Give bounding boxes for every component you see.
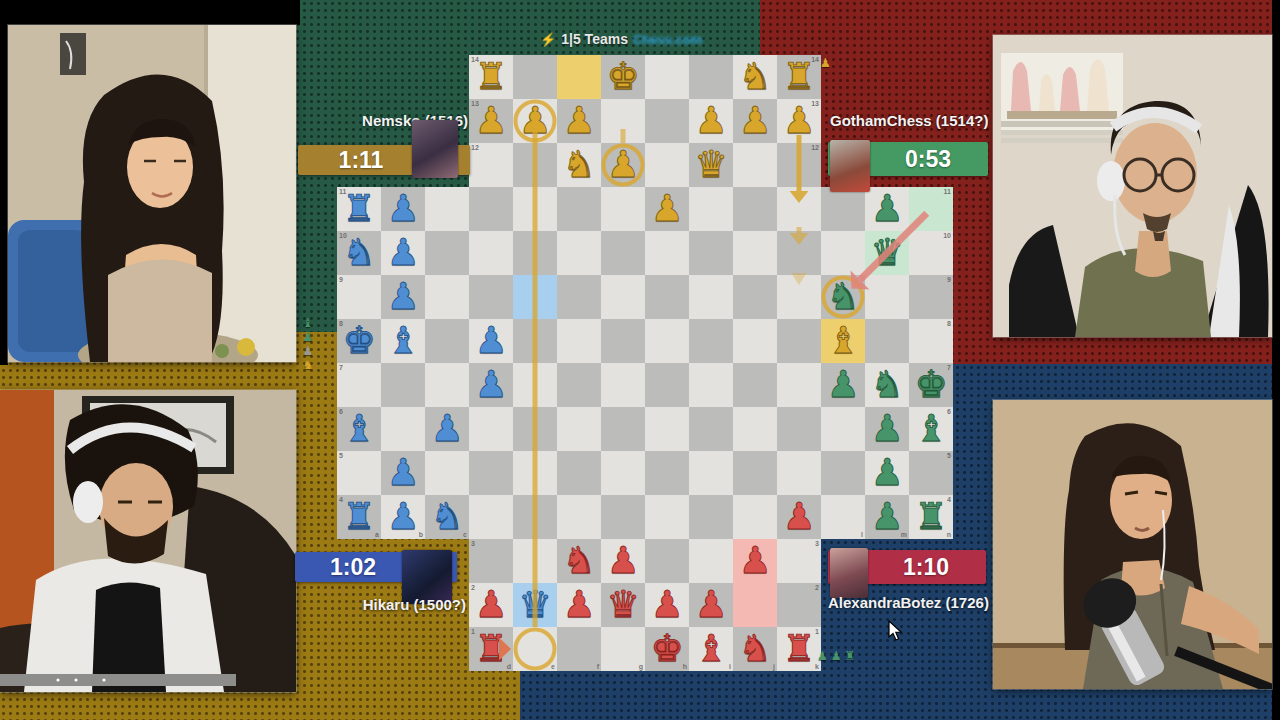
- square-f11[interactable]: [557, 187, 601, 231]
- square-d11[interactable]: [469, 187, 513, 231]
- square-h8[interactable]: [645, 319, 689, 363]
- piece-bQ-e2[interactable]: ♛: [513, 583, 557, 627]
- square-c10[interactable]: [425, 231, 469, 275]
- square-e2[interactable]: ♛: [513, 583, 557, 627]
- clock-time-gothamchess: 0:53: [868, 146, 988, 173]
- piece-bP-b10[interactable]: ♟: [381, 231, 425, 275]
- square-i13[interactable]: ♟: [689, 99, 733, 143]
- webcam-hikaru: [0, 390, 296, 692]
- square-n10[interactable]: 10: [909, 231, 953, 275]
- piece-gB-n6[interactable]: ♝: [909, 407, 953, 451]
- piece-rR-k1[interactable]: ♜: [777, 627, 821, 671]
- piece-gN-l9[interactable]: ♞: [821, 275, 865, 319]
- square-e13[interactable]: ♟: [513, 99, 557, 143]
- piece-gR-n4[interactable]: ♜: [909, 495, 953, 539]
- file-label: e: [551, 663, 555, 670]
- square-f4[interactable]: [557, 495, 601, 539]
- lightning-icon: ⚡: [540, 32, 556, 47]
- piece-gP-m5[interactable]: ♟: [865, 451, 909, 495]
- black-edge-right: [1272, 0, 1280, 720]
- captured-piece-icon: ♝: [303, 316, 314, 330]
- player-name-hikaru: Hikaru (1500?): [298, 596, 466, 613]
- square-d12[interactable]: 12: [469, 143, 513, 187]
- square-i14[interactable]: [689, 55, 733, 99]
- square-c7[interactable]: [425, 363, 469, 407]
- piece-bR-a11[interactable]: ♜: [337, 187, 381, 231]
- square-f12[interactable]: ♞: [557, 143, 601, 187]
- square-g8[interactable]: [601, 319, 645, 363]
- square-h4[interactable]: [645, 495, 689, 539]
- square-b11[interactable]: ♟: [381, 187, 425, 231]
- square-c8[interactable]: [425, 319, 469, 363]
- webcam-alexandrabotez: [993, 400, 1272, 689]
- square-b5[interactable]: ♟: [381, 451, 425, 495]
- square-g2[interactable]: ♛: [601, 583, 645, 627]
- rank-label: 2: [815, 584, 819, 591]
- square-e3[interactable]: [513, 539, 557, 583]
- square-j10[interactable]: [733, 231, 777, 275]
- square-f7[interactable]: [557, 363, 601, 407]
- square-g5[interactable]: [601, 451, 645, 495]
- piece-gN-m7[interactable]: ♞: [865, 363, 909, 407]
- piece-gQ-m10[interactable]: ♛: [865, 231, 909, 275]
- header-link-text[interactable]: Chess.com: [633, 32, 702, 47]
- square-j13[interactable]: ♟: [733, 99, 777, 143]
- square-d14[interactable]: 14♜: [469, 55, 513, 99]
- piece-rP-f2[interactable]: ♟: [557, 583, 601, 627]
- piece-yN-j14[interactable]: ♞: [733, 55, 777, 99]
- square-j1[interactable]: j♞: [733, 627, 777, 671]
- piece-rQ-g2[interactable]: ♛: [601, 583, 645, 627]
- square-i1[interactable]: i♝: [689, 627, 733, 671]
- piece-gP-m11[interactable]: ♟: [865, 187, 909, 231]
- square-d7[interactable]: ♟: [469, 363, 513, 407]
- piece-rP-k4[interactable]: ♟: [777, 495, 821, 539]
- square-i11[interactable]: [689, 187, 733, 231]
- square-h7[interactable]: [645, 363, 689, 407]
- square-i6[interactable]: [689, 407, 733, 451]
- piece-rN-j1[interactable]: ♞: [733, 627, 777, 671]
- clock-time-hikaru: 1:02: [295, 554, 411, 581]
- piece-yP-j13[interactable]: ♟: [733, 99, 777, 143]
- square-e7[interactable]: [513, 363, 557, 407]
- piece-rP-j3[interactable]: ♟: [733, 539, 777, 583]
- square-d1[interactable]: 1d♜: [469, 627, 513, 671]
- square-f6[interactable]: [557, 407, 601, 451]
- piece-rK-h1[interactable]: ♚: [645, 627, 689, 671]
- piece-yR-d14[interactable]: ♜: [469, 55, 513, 99]
- piece-bP-c6[interactable]: ♟: [425, 407, 469, 451]
- square-g11[interactable]: [601, 187, 645, 231]
- square-a11[interactable]: 11♜: [337, 187, 381, 231]
- piece-gK-n7[interactable]: ♚: [909, 363, 953, 407]
- piece-bN-c4[interactable]: ♞: [425, 495, 469, 539]
- square-g1[interactable]: g: [601, 627, 645, 671]
- square-b6[interactable]: [381, 407, 425, 451]
- avatar-alexandrabotez: [830, 548, 868, 598]
- captured-piece-icon: ♟: [817, 649, 828, 663]
- square-c11[interactable]: [425, 187, 469, 231]
- square-f14[interactable]: [557, 55, 601, 99]
- square-e1[interactable]: e: [513, 627, 557, 671]
- square-h3[interactable]: [645, 539, 689, 583]
- square-a8[interactable]: 8♚: [337, 319, 381, 363]
- square-e12[interactable]: [513, 143, 557, 187]
- square-b10[interactable]: ♟: [381, 231, 425, 275]
- square-h6[interactable]: [645, 407, 689, 451]
- piece-yP-i13[interactable]: ♟: [689, 99, 733, 143]
- square-a9[interactable]: 9: [337, 275, 381, 319]
- square-i9[interactable]: [689, 275, 733, 319]
- piece-bP-b4[interactable]: ♟: [381, 495, 425, 539]
- square-n8[interactable]: 8: [909, 319, 953, 363]
- piece-rP-g3[interactable]: ♟: [601, 539, 645, 583]
- piece-bP-d7[interactable]: ♟: [469, 363, 513, 407]
- captured-piece-icon: ♟: [820, 56, 831, 70]
- rank-label: 9: [947, 276, 951, 283]
- square-m9[interactable]: [865, 275, 909, 319]
- square-i7[interactable]: [689, 363, 733, 407]
- square-k11[interactable]: [777, 187, 821, 231]
- square-d2[interactable]: 2♟: [469, 583, 513, 627]
- rank-label: 7: [339, 364, 343, 371]
- square-i2[interactable]: ♟: [689, 583, 733, 627]
- square-l5[interactable]: [821, 451, 865, 495]
- square-h1[interactable]: h♚: [645, 627, 689, 671]
- piece-bB-a6[interactable]: ♝: [337, 407, 381, 451]
- square-a4[interactable]: 4a♜: [337, 495, 381, 539]
- piece-bP-b11[interactable]: ♟: [381, 187, 425, 231]
- piece-yK-g14[interactable]: ♚: [601, 55, 645, 99]
- square-j5[interactable]: [733, 451, 777, 495]
- square-m5[interactable]: ♟: [865, 451, 909, 495]
- square-e9[interactable]: [513, 275, 557, 319]
- square-n9[interactable]: 9: [909, 275, 953, 319]
- piece-rR-d1[interactable]: ♜: [469, 627, 513, 671]
- piece-yP-f13[interactable]: ♟: [557, 99, 601, 143]
- square-d8[interactable]: ♟: [469, 319, 513, 363]
- square-e14[interactable]: [513, 55, 557, 99]
- square-d9[interactable]: [469, 275, 513, 319]
- rank-label: 3: [815, 540, 819, 547]
- captured-piece-icon: ♟: [303, 330, 314, 344]
- square-m7[interactable]: ♞: [865, 363, 909, 407]
- square-k12[interactable]: 12: [777, 143, 821, 187]
- square-g7[interactable]: [601, 363, 645, 407]
- square-m6[interactable]: ♟: [865, 407, 909, 451]
- square-c6[interactable]: ♟: [425, 407, 469, 451]
- piece-bK-a8[interactable]: ♚: [337, 319, 381, 363]
- player-name-alexandrabotez: AlexandraBotez (1726): [828, 594, 989, 611]
- square-j3[interactable]: ♟: [733, 539, 777, 583]
- piece-yQ-i12[interactable]: ♛: [689, 143, 733, 187]
- piece-rP-i2[interactable]: ♟: [689, 583, 733, 627]
- square-k8[interactable]: [777, 319, 821, 363]
- square-f8[interactable]: [557, 319, 601, 363]
- square-h9[interactable]: [645, 275, 689, 319]
- square-e8[interactable]: [513, 319, 557, 363]
- square-k14[interactable]: 14♜: [777, 55, 821, 99]
- square-h11[interactable]: ♟: [645, 187, 689, 231]
- piece-yP-e13[interactable]: ♟: [513, 99, 557, 143]
- square-j9[interactable]: [733, 275, 777, 319]
- square-h5[interactable]: [645, 451, 689, 495]
- rank-label: 12: [811, 144, 819, 151]
- square-k6[interactable]: [777, 407, 821, 451]
- square-i10[interactable]: [689, 231, 733, 275]
- square-b8[interactable]: ♝: [381, 319, 425, 363]
- square-i5[interactable]: [689, 451, 733, 495]
- square-c4[interactable]: c♞: [425, 495, 469, 539]
- square-k1[interactable]: 1k♜: [777, 627, 821, 671]
- square-f5[interactable]: [557, 451, 601, 495]
- square-e11[interactable]: [513, 187, 557, 231]
- square-k7[interactable]: [777, 363, 821, 407]
- piece-bP-b9[interactable]: ♟: [381, 275, 425, 319]
- square-n11[interactable]: 11: [909, 187, 953, 231]
- square-d13[interactable]: 13♟: [469, 99, 513, 143]
- captured-piece-icon: ♟: [831, 649, 842, 663]
- avatar-nemsko: [412, 120, 458, 178]
- captured-piece-icon: ♞: [303, 358, 314, 372]
- square-f1[interactable]: f: [557, 627, 601, 671]
- square-m11[interactable]: ♟: [865, 187, 909, 231]
- square-k5[interactable]: [777, 451, 821, 495]
- square-g6[interactable]: [601, 407, 645, 451]
- square-l10[interactable]: [821, 231, 865, 275]
- square-j2[interactable]: [733, 583, 777, 627]
- file-label: f: [597, 663, 599, 670]
- piece-rB-i1[interactable]: ♝: [689, 627, 733, 671]
- rank-label: 8: [947, 320, 951, 327]
- captured-pieces-bottom-right: ♟♟♜: [817, 648, 855, 664]
- square-g4[interactable]: [601, 495, 645, 539]
- square-g13[interactable]: [601, 99, 645, 143]
- square-j12[interactable]: [733, 143, 777, 187]
- square-e10[interactable]: [513, 231, 557, 275]
- square-l7[interactable]: ♟: [821, 363, 865, 407]
- file-label: l: [861, 531, 863, 538]
- square-d5[interactable]: [469, 451, 513, 495]
- square-f13[interactable]: ♟: [557, 99, 601, 143]
- square-j8[interactable]: [733, 319, 777, 363]
- alexandrabotez-video-scene: [993, 400, 1272, 689]
- square-a5[interactable]: 5: [337, 451, 381, 495]
- square-i4[interactable]: [689, 495, 733, 539]
- piece-yP-h11[interactable]: ♟: [645, 187, 689, 231]
- webcam-nemsko: [8, 25, 296, 362]
- square-m8[interactable]: [865, 319, 909, 363]
- avatar-gothamchess: [830, 140, 870, 192]
- piece-yP-k13[interactable]: ♟: [777, 99, 821, 143]
- rank-label: 5: [339, 452, 343, 459]
- piece-yR-k14[interactable]: ♜: [777, 55, 821, 99]
- square-e4[interactable]: [513, 495, 557, 539]
- piece-yP-d13[interactable]: ♟: [469, 99, 513, 143]
- square-i3[interactable]: [689, 539, 733, 583]
- square-g14[interactable]: ♚: [601, 55, 645, 99]
- captured-piece-icon: ♟: [303, 344, 314, 358]
- square-h10[interactable]: [645, 231, 689, 275]
- square-k4[interactable]: ♟: [777, 495, 821, 539]
- square-d10[interactable]: [469, 231, 513, 275]
- piece-gP-m6[interactable]: ♟: [865, 407, 909, 451]
- clock-time-nemsko: 1:11: [298, 147, 424, 174]
- square-m10[interactable]: ♛: [865, 231, 909, 275]
- hikaru-video-scene: [0, 390, 296, 692]
- square-f3[interactable]: ♞: [557, 539, 601, 583]
- square-k13[interactable]: 13♟: [777, 99, 821, 143]
- square-g3[interactable]: ♟: [601, 539, 645, 583]
- mouse-cursor: [888, 620, 904, 642]
- square-d4[interactable]: [469, 495, 513, 539]
- square-m4[interactable]: m♟: [865, 495, 909, 539]
- captured-pieces-top-right: ♟: [820, 53, 831, 71]
- piece-rN-f3[interactable]: ♞: [557, 539, 601, 583]
- piece-rP-d2[interactable]: ♟: [469, 583, 513, 627]
- square-d6[interactable]: [469, 407, 513, 451]
- captured-piece-icon: ♜: [845, 649, 856, 663]
- square-h12[interactable]: [645, 143, 689, 187]
- square-l11[interactable]: [821, 187, 865, 231]
- square-j14[interactable]: ♞: [733, 55, 777, 99]
- square-n7[interactable]: 7♚: [909, 363, 953, 407]
- square-n5[interactable]: 5: [909, 451, 953, 495]
- black-edge-top: [0, 0, 300, 25]
- rank-label: 5: [947, 452, 951, 459]
- square-g12[interactable]: ♟: [601, 143, 645, 187]
- piece-bP-b5[interactable]: ♟: [381, 451, 425, 495]
- rank-label: 3: [471, 540, 475, 547]
- captured-pieces-left: ♝♟♟♞: [297, 316, 319, 372]
- piece-yP-g12[interactable]: ♟: [601, 143, 645, 187]
- rank-label: 9: [339, 276, 343, 283]
- square-k3[interactable]: 3: [777, 539, 821, 583]
- square-f9[interactable]: [557, 275, 601, 319]
- webcam-gothamchess: [993, 35, 1272, 337]
- square-k10[interactable]: [777, 231, 821, 275]
- square-k9[interactable]: [777, 275, 821, 319]
- rank-label: 11: [944, 188, 951, 195]
- stream-stage: ⚡ 1|5 Teams Chess.com: [0, 0, 1280, 720]
- player-name-gothamchess: GothamChess (1514?): [830, 112, 988, 129]
- square-e6[interactable]: [513, 407, 557, 451]
- square-b7[interactable]: [381, 363, 425, 407]
- square-h14[interactable]: [645, 55, 689, 99]
- nemsko-video-scene: [8, 25, 296, 362]
- square-n6[interactable]: 6♝: [909, 407, 953, 451]
- square-c9[interactable]: [425, 275, 469, 319]
- piece-bP-d8[interactable]: ♟: [469, 319, 513, 363]
- piece-gP-l7[interactable]: ♟: [821, 363, 865, 407]
- square-n4[interactable]: 4n♜: [909, 495, 953, 539]
- square-l9[interactable]: ♞: [821, 275, 865, 319]
- square-d3[interactable]: 3: [469, 539, 513, 583]
- square-c5[interactable]: [425, 451, 469, 495]
- piece-gP-m4[interactable]: ♟: [865, 495, 909, 539]
- square-g10[interactable]: [601, 231, 645, 275]
- square-b4[interactable]: b♟: [381, 495, 425, 539]
- time-control-label: 1|5 Teams: [561, 31, 628, 47]
- square-h13[interactable]: [645, 99, 689, 143]
- piece-rP-h2[interactable]: ♟: [645, 583, 689, 627]
- square-j11[interactable]: [733, 187, 777, 231]
- square-l6[interactable]: [821, 407, 865, 451]
- piece-bR-a4[interactable]: ♜: [337, 495, 381, 539]
- square-e5[interactable]: [513, 451, 557, 495]
- piece-bB-b8[interactable]: ♝: [381, 319, 425, 363]
- square-f10[interactable]: [557, 231, 601, 275]
- piece-bN-a10[interactable]: ♞: [337, 231, 381, 275]
- square-j7[interactable]: [733, 363, 777, 407]
- square-j4[interactable]: [733, 495, 777, 539]
- rank-label: 12: [471, 144, 479, 151]
- square-g9[interactable]: [601, 275, 645, 319]
- rank-label: 10: [943, 232, 951, 239]
- black-edge-left: [0, 25, 8, 365]
- square-a6[interactable]: 6♝: [337, 407, 381, 451]
- game-header: ⚡ 1|5 Teams Chess.com: [540, 28, 800, 50]
- square-l8[interactable]: ♝: [821, 319, 865, 363]
- square-j6[interactable]: [733, 407, 777, 451]
- file-label: g: [639, 663, 643, 670]
- clock-time-alexandrabotez: 1:10: [866, 554, 986, 581]
- piece-yN-f12[interactable]: ♞: [557, 143, 601, 187]
- square-a10[interactable]: 10♞: [337, 231, 381, 275]
- square-h2[interactable]: ♟: [645, 583, 689, 627]
- square-l4[interactable]: l: [821, 495, 865, 539]
- square-k2[interactable]: 2: [777, 583, 821, 627]
- square-f2[interactable]: ♟: [557, 583, 601, 627]
- gothamchess-video-scene: [993, 35, 1272, 337]
- square-a7[interactable]: 7: [337, 363, 381, 407]
- square-b9[interactable]: ♟: [381, 275, 425, 319]
- square-i8[interactable]: [689, 319, 733, 363]
- square-i12[interactable]: ♛: [689, 143, 733, 187]
- piece-yB-l8[interactable]: ♝: [821, 319, 865, 363]
